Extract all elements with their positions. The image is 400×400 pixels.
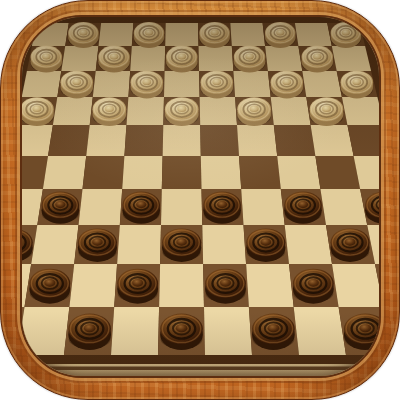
square-r8c4	[117, 225, 161, 264]
dark-piece[interactable]	[246, 228, 285, 261]
square-r2c2	[61, 46, 98, 71]
square-r6c5[interactable]	[162, 156, 202, 189]
square-r7c9	[320, 189, 367, 225]
square-r2c4	[130, 46, 165, 71]
square-r5c1	[20, 125, 53, 156]
light-piece[interactable]	[331, 22, 362, 48]
dark-piece[interactable]	[252, 313, 295, 350]
square-r5c3	[86, 125, 126, 156]
square-r7c7	[241, 189, 285, 225]
light-piece[interactable]	[302, 46, 334, 73]
square-r8c8	[285, 225, 332, 264]
square-r4c10	[342, 97, 381, 125]
square-r1c3	[99, 23, 134, 46]
square-r9c5	[159, 264, 204, 307]
light-piece[interactable]	[61, 71, 94, 99]
square-r6c3[interactable]	[83, 156, 125, 189]
dark-piece[interactable]	[205, 269, 246, 304]
square-r5c9	[311, 125, 354, 156]
square-r9c9	[332, 264, 381, 307]
square-r1c5	[165, 23, 198, 46]
square-r10c8	[294, 307, 346, 355]
square-r1c9	[295, 23, 332, 46]
light-piece[interactable]	[199, 22, 230, 48]
dark-piece[interactable]	[29, 269, 70, 304]
dark-piece[interactable]	[284, 192, 322, 224]
board-inlay-line	[20, 367, 381, 371]
square-r6c4	[122, 156, 162, 189]
square-r8c2	[31, 225, 78, 264]
checkers-app-icon[interactable]	[0, 0, 400, 400]
square-r3c5	[164, 71, 200, 97]
square-r5c6[interactable]	[200, 125, 239, 156]
square-r6c8	[277, 156, 320, 189]
square-r8c6	[202, 225, 246, 264]
light-piece[interactable]	[165, 97, 199, 126]
square-r6c9[interactable]	[315, 156, 360, 189]
square-r5c4[interactable]	[124, 125, 163, 156]
screenshot	[0, 0, 400, 400]
light-piece[interactable]	[93, 97, 127, 126]
square-r6c6	[201, 156, 241, 189]
dark-piece[interactable]	[160, 313, 203, 350]
square-r3c7	[233, 71, 270, 97]
square-r1c1	[32, 23, 69, 46]
dark-piece[interactable]	[68, 313, 111, 350]
light-piece[interactable]	[201, 71, 234, 99]
square-r7c3	[79, 189, 123, 225]
square-r2c8	[265, 46, 302, 71]
light-piece[interactable]	[20, 97, 54, 126]
square-r5c2[interactable]	[48, 125, 90, 156]
light-piece[interactable]	[68, 22, 99, 48]
square-r9c7	[246, 264, 294, 307]
square-r4c4	[127, 97, 165, 125]
square-r3c3	[93, 71, 130, 97]
square-r4c8	[271, 97, 311, 125]
dark-piece[interactable]	[42, 192, 80, 224]
square-r7c5	[161, 189, 202, 225]
square-r3c1	[22, 71, 62, 97]
square-r5c8[interactable]	[274, 125, 316, 156]
square-r3c9	[302, 71, 342, 97]
dark-piece[interactable]	[344, 313, 381, 350]
square-r4c2	[53, 97, 93, 125]
light-piece[interactable]	[265, 22, 296, 48]
dark-piece[interactable]	[122, 192, 160, 224]
dark-piece[interactable]	[162, 228, 201, 261]
light-piece[interactable]	[98, 46, 130, 73]
square-r5c5	[163, 125, 201, 156]
square-r5c7	[237, 125, 277, 156]
checkers-board[interactable]	[20, 15, 381, 378]
square-r10c6	[204, 307, 252, 355]
square-r10c4	[111, 307, 159, 355]
square-r2c6	[199, 46, 234, 71]
light-piece[interactable]	[341, 71, 374, 99]
dark-piece[interactable]	[330, 228, 369, 261]
square-r10c2	[20, 307, 69, 355]
light-piece[interactable]	[271, 71, 304, 99]
light-piece[interactable]	[131, 71, 164, 99]
light-piece[interactable]	[234, 46, 266, 73]
light-piece[interactable]	[166, 46, 198, 73]
square-r4c6	[200, 97, 237, 125]
light-piece[interactable]	[31, 46, 63, 73]
square-r2c10	[332, 46, 371, 71]
dark-piece[interactable]	[78, 228, 117, 261]
board-window	[20, 15, 381, 378]
square-r6c7[interactable]	[239, 156, 281, 189]
dark-piece[interactable]	[293, 269, 334, 304]
dark-piece[interactable]	[203, 192, 241, 224]
light-piece[interactable]	[134, 22, 165, 48]
square-r1c7	[230, 23, 265, 46]
square-r9c3	[69, 264, 117, 307]
dark-piece[interactable]	[117, 269, 158, 304]
square-r6c2	[43, 156, 86, 189]
light-piece[interactable]	[237, 97, 271, 126]
light-piece[interactable]	[310, 97, 344, 126]
